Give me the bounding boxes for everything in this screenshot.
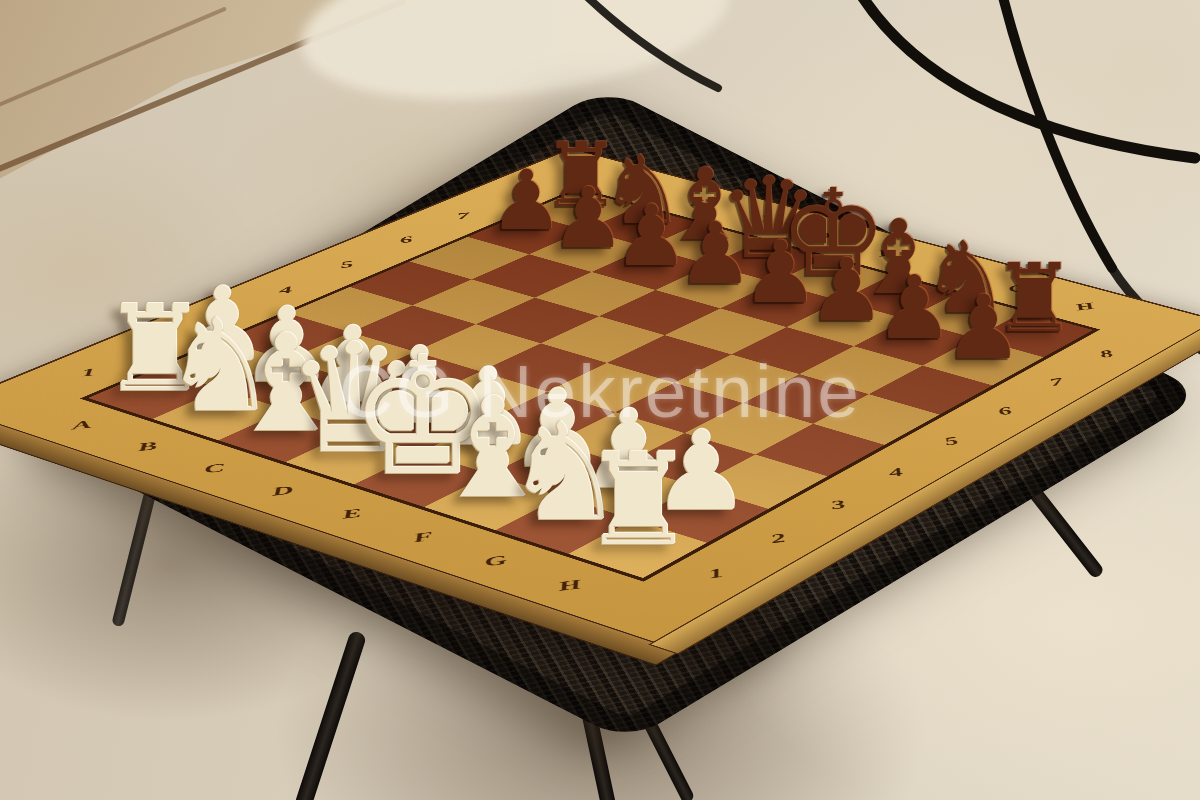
watermark: CG Nekretnine xyxy=(0,348,1200,434)
